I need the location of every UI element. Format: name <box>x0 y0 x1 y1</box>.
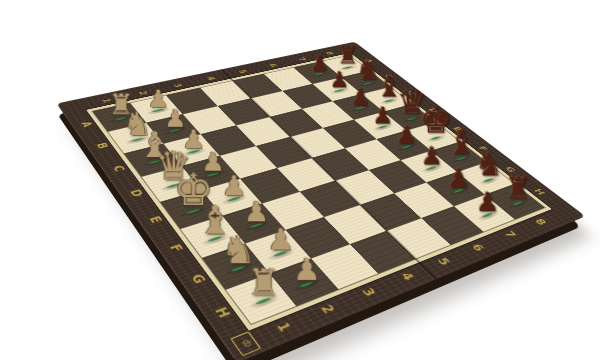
chess-board: 12345678 12345678 ABCDEFGH ABCDEFGH ♜♟♟♜… <box>56 42 585 360</box>
piece-white-rook[interactable]: ♜ <box>238 265 290 302</box>
piece-black-pawn[interactable]: ♟ <box>466 189 509 215</box>
file-label-a: A <box>62 114 111 136</box>
board-3d-wrap: 12345678 12345678 ABCDEFGH ABCDEFGH ♜♟♟♜… <box>56 42 585 360</box>
brand-stamp: ♔ <box>230 331 261 356</box>
rank-label-far-6: 6 <box>255 55 292 75</box>
piece-black-pawn[interactable]: ♟ <box>438 166 480 192</box>
piece-white-pawn[interactable]: ♟ <box>257 225 305 254</box>
chess-set-photo: 12345678 12345678 ABCDEFGH ABCDEFGH ♜♟♟♜… <box>0 0 600 360</box>
